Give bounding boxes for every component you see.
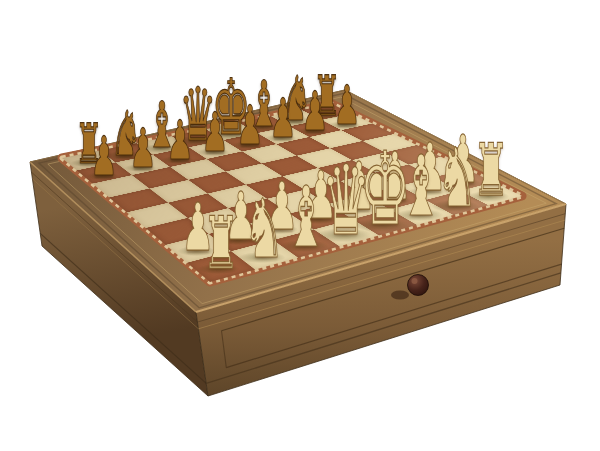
piece-black-pawn[interactable]: ♟ <box>236 99 263 153</box>
pieces-layer: ♜♞♟♝♟♚♟♛♟♝♟♞♟♜♟♟♟♟♜♟♞♟♝♟♚♟♛♟♝♟♞♜ <box>0 0 600 451</box>
piece-white-rook[interactable]: ♜ <box>473 135 510 208</box>
piece-black-pawn[interactable]: ♟ <box>91 130 118 184</box>
piece-black-pawn[interactable]: ♟ <box>333 79 360 133</box>
product-photo-scene: ♜♞♟♝♟♚♟♛♟♝♟♞♟♜♟♟♟♟♜♟♞♟♝♟♚♟♛♟♝♟♞♜ Wooden … <box>0 0 600 451</box>
piece-white-rook[interactable]: ♜ <box>203 208 240 281</box>
piece-black-pawn[interactable]: ♟ <box>302 86 329 140</box>
piece-black-pawn[interactable]: ♟ <box>202 107 229 161</box>
piece-white-bishop[interactable]: ♝ <box>285 175 327 259</box>
piece-black-pawn[interactable]: ♟ <box>129 122 156 176</box>
piece-black-pawn[interactable]: ♟ <box>269 92 296 146</box>
piece-white-knight[interactable]: ♞ <box>244 188 285 269</box>
piece-black-pawn[interactable]: ♟ <box>166 114 193 168</box>
piece-white-knight[interactable]: ♞ <box>436 137 477 218</box>
piece-white-queen[interactable]: ♛ <box>322 153 371 250</box>
